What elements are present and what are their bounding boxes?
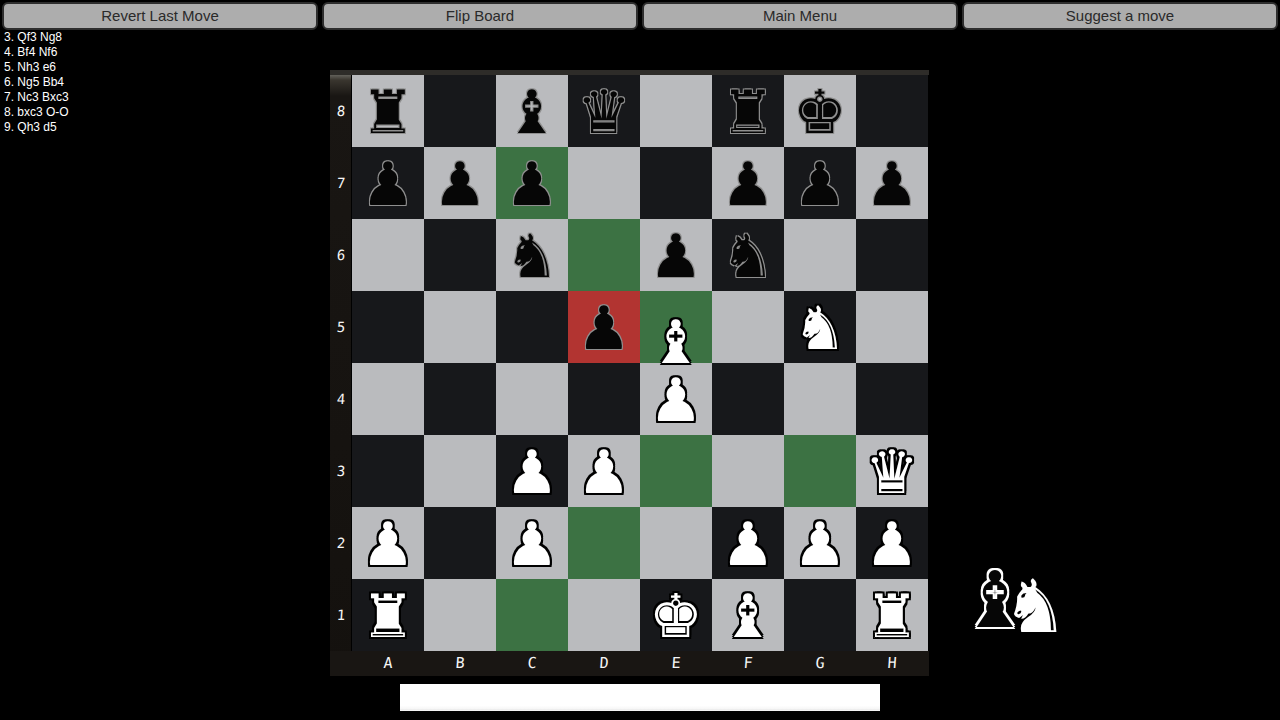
square-a5[interactable]	[352, 291, 424, 363]
square-e7[interactable]	[640, 147, 712, 219]
white-knight-g5[interactable]: ♞	[784, 291, 856, 363]
black-pawn-h7[interactable]: ♟	[856, 147, 928, 219]
square-e5[interactable]: ♝	[640, 291, 712, 363]
black-pawn-a7[interactable]: ♟	[352, 147, 424, 219]
black-pawn-g7[interactable]: ♟	[784, 147, 856, 219]
square-d7[interactable]	[568, 147, 640, 219]
square-g8[interactable]: ♚	[784, 75, 856, 147]
status-input[interactable]	[400, 684, 880, 711]
black-pawn-d5[interactable]: ♟	[568, 291, 640, 363]
black-pawn-c7[interactable]: ♟	[496, 147, 568, 219]
black-pawn-e6[interactable]: ♟	[640, 219, 712, 291]
square-c4[interactable]	[496, 363, 568, 435]
square-e3[interactable]	[640, 435, 712, 507]
square-a3[interactable]	[352, 435, 424, 507]
square-d4[interactable]	[568, 363, 640, 435]
square-c1[interactable]	[496, 579, 568, 651]
move-entry: 3. Qf3 Ng8	[4, 30, 69, 45]
square-e8[interactable]	[640, 75, 712, 147]
square-a4[interactable]	[352, 363, 424, 435]
square-h4[interactable]	[856, 363, 928, 435]
square-g2[interactable]: ♟	[784, 507, 856, 579]
square-g5[interactable]: ♞	[784, 291, 856, 363]
square-c5[interactable]	[496, 291, 568, 363]
white-pawn-c2[interactable]: ♟	[496, 507, 568, 579]
square-b6[interactable]	[424, 219, 496, 291]
white-pawn-d3[interactable]: ♟	[568, 435, 640, 507]
file-label-g: G	[783, 651, 857, 676]
file-label-h: H	[855, 651, 929, 676]
white-pawn-f2[interactable]: ♟	[712, 507, 784, 579]
square-f6[interactable]: ♞	[712, 219, 784, 291]
square-a6[interactable]	[352, 219, 424, 291]
move-entry: 6. Ng5 Bb4	[4, 75, 69, 90]
square-c3[interactable]: ♟	[496, 435, 568, 507]
white-king-e1[interactable]: ♚	[640, 579, 712, 651]
square-f1[interactable]: ♝	[712, 579, 784, 651]
square-b5[interactable]	[424, 291, 496, 363]
square-h3[interactable]: ♛	[856, 435, 928, 507]
square-b1[interactable]	[424, 579, 496, 651]
square-e6[interactable]: ♟	[640, 219, 712, 291]
square-f5[interactable]	[712, 291, 784, 363]
toolbar: Revert Last Move Flip Board Main Menu Su…	[0, 0, 1280, 31]
square-h2[interactable]: ♟	[856, 507, 928, 579]
white-bishop-f1[interactable]: ♝	[712, 579, 784, 651]
square-h5[interactable]	[856, 291, 928, 363]
move-entry: 4. Bf4 Nf6	[4, 45, 69, 60]
square-h1[interactable]: ♜	[856, 579, 928, 651]
black-rook-f8[interactable]: ♜	[712, 75, 784, 147]
white-pawn-g2[interactable]: ♟	[784, 507, 856, 579]
white-queen-h3[interactable]: ♛	[856, 435, 928, 507]
black-pawn-b7[interactable]: ♟	[424, 147, 496, 219]
move-list: 3. Qf3 Ng8 4. Bf4 Nf6 5. Nh3 e6 6. Ng5 B…	[4, 30, 69, 135]
square-h7[interactable]: ♟	[856, 147, 928, 219]
square-b8[interactable]	[424, 75, 496, 147]
move-entry: 9. Qh3 d5	[4, 120, 69, 135]
black-bishop-c8[interactable]: ♝	[496, 75, 568, 147]
suggest-move-button[interactable]: Suggest a move	[962, 2, 1278, 30]
board-squares: ♜♝♛♜♚♟♟♟♟♟♟♞♟♞♟♝♞♟♟♟♛♟♟♟♟♟♜♚♝♜	[352, 75, 928, 651]
file-label-f: F	[711, 651, 785, 676]
file-label-a: A	[351, 651, 425, 676]
captured-black-bishop: ♝	[960, 555, 1030, 645]
square-h8[interactable]	[856, 75, 928, 147]
chess-board: ♜♝♛♜♚♟♟♟♟♟♟♞♟♞♟♝♞♟♟♟♛♟♟♟♟♟♜♚♝♜ 87654321 …	[330, 70, 929, 676]
move-entry: 7. Nc3 Bxc3	[4, 90, 69, 105]
file-label-b: B	[423, 651, 497, 676]
square-g7[interactable]: ♟	[784, 147, 856, 219]
square-g3[interactable]	[784, 435, 856, 507]
square-h6[interactable]	[856, 219, 928, 291]
square-b7[interactable]: ♟	[424, 147, 496, 219]
white-rook-a1[interactable]: ♜	[352, 579, 424, 651]
square-e1[interactable]: ♚	[640, 579, 712, 651]
square-c2[interactable]: ♟	[496, 507, 568, 579]
white-rook-h1[interactable]: ♜	[856, 579, 928, 651]
square-a1[interactable]: ♜	[352, 579, 424, 651]
white-bishop-e5[interactable]: ♝	[640, 305, 712, 377]
black-rook-a8[interactable]: ♜	[352, 75, 424, 147]
move-entry: 8. bxc3 O-O	[4, 105, 69, 120]
square-d3[interactable]: ♟	[568, 435, 640, 507]
file-label-c: C	[495, 651, 569, 676]
square-d8[interactable]: ♛	[568, 75, 640, 147]
square-g1[interactable]	[784, 579, 856, 651]
square-f7[interactable]: ♟	[712, 147, 784, 219]
move-entry: 5. Nh3 e6	[4, 60, 69, 75]
square-a7[interactable]: ♟	[352, 147, 424, 219]
file-label-e: E	[639, 651, 713, 676]
square-d2[interactable]	[568, 507, 640, 579]
square-b3[interactable]	[424, 435, 496, 507]
black-pawn-f7[interactable]: ♟	[712, 147, 784, 219]
captured-pieces-tray: ♝♞	[960, 555, 1080, 655]
flip-board-button[interactable]: Flip Board	[322, 2, 638, 30]
white-pawn-c3[interactable]: ♟	[496, 435, 568, 507]
square-e2[interactable]	[640, 507, 712, 579]
square-d6[interactable]	[568, 219, 640, 291]
white-pawn-h2[interactable]: ♟	[856, 507, 928, 579]
black-knight-f6[interactable]: ♞	[712, 219, 784, 291]
file-label-d: D	[567, 651, 641, 676]
square-d1[interactable]	[568, 579, 640, 651]
black-queen-d8[interactable]: ♛	[568, 75, 640, 147]
square-a2[interactable]: ♟	[352, 507, 424, 579]
square-g6[interactable]	[784, 219, 856, 291]
square-c8[interactable]: ♝	[496, 75, 568, 147]
black-knight-c6[interactable]: ♞	[496, 219, 568, 291]
revert-last-move-button[interactable]: Revert Last Move	[2, 2, 318, 30]
square-c6[interactable]: ♞	[496, 219, 568, 291]
square-c7[interactable]: ♟	[496, 147, 568, 219]
square-d5[interactable]: ♟	[568, 291, 640, 363]
square-b4[interactable]	[424, 363, 496, 435]
main-menu-button[interactable]: Main Menu	[642, 2, 958, 30]
square-f8[interactable]: ♜	[712, 75, 784, 147]
square-g4[interactable]	[784, 363, 856, 435]
square-b2[interactable]	[424, 507, 496, 579]
square-f3[interactable]	[712, 435, 784, 507]
black-king-g8[interactable]: ♚	[784, 75, 856, 147]
white-pawn-a2[interactable]: ♟	[352, 507, 424, 579]
square-a8[interactable]: ♜	[352, 75, 424, 147]
square-f2[interactable]: ♟	[712, 507, 784, 579]
square-f4[interactable]	[712, 363, 784, 435]
